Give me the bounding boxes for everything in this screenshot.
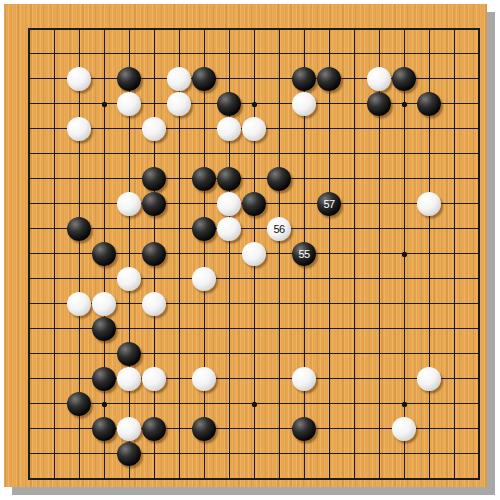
board-point[interactable] [392,67,417,92]
black-stone[interactable] [92,417,116,441]
board-point[interactable]: 57 [317,192,342,217]
board-point[interactable] [392,417,417,442]
star-point [242,92,267,117]
black-stone[interactable] [217,92,241,116]
white-stone[interactable] [217,117,241,141]
black-stone[interactable] [142,167,166,191]
white-stone[interactable] [417,367,441,391]
white-stone[interactable] [292,367,316,391]
black-stone-move-55[interactable]: 55 [292,242,316,266]
black-stone[interactable] [317,67,341,91]
board-point[interactable] [92,242,117,267]
board-point[interactable] [92,367,117,392]
board-point[interactable] [92,317,117,342]
black-stone[interactable] [417,92,441,116]
board-point[interactable] [167,92,192,117]
white-stone[interactable] [192,367,216,391]
board-point[interactable] [117,192,142,217]
board-point[interactable] [217,117,242,142]
board-point[interactable] [167,67,192,92]
board-point[interactable] [242,117,267,142]
board-point[interactable] [292,92,317,117]
black-stone[interactable] [117,442,141,466]
board-point[interactable] [117,92,142,117]
white-stone[interactable] [67,67,91,91]
board-point[interactable] [142,242,167,267]
black-stone[interactable] [192,67,216,91]
black-stone[interactable] [92,367,116,391]
black-stone[interactable] [142,192,166,216]
board-point[interactable] [292,367,317,392]
black-stone[interactable] [292,417,316,441]
white-stone[interactable] [117,417,141,441]
white-stone[interactable] [117,267,141,291]
white-stone[interactable] [92,292,116,316]
black-stone[interactable] [192,417,216,441]
board-point[interactable] [192,217,217,242]
board-point[interactable]: 55 [292,242,317,267]
star-point [242,392,267,417]
black-stone[interactable] [242,192,266,216]
board-point[interactable] [217,217,242,242]
white-stone[interactable] [417,192,441,216]
board-point[interactable] [67,67,92,92]
board-point[interactable] [417,92,442,117]
board-point[interactable] [67,217,92,242]
white-stone[interactable] [167,92,191,116]
board-point[interactable]: 56 [267,217,292,242]
white-stone[interactable] [292,92,316,116]
board-point[interactable] [292,417,317,442]
black-stone[interactable] [92,242,116,266]
star-point [92,392,117,417]
white-stone[interactable] [117,92,141,116]
board-point[interactable] [92,417,117,442]
board-point[interactable] [142,292,167,317]
board-point[interactable] [192,417,217,442]
black-stone[interactable] [292,67,316,91]
board-point[interactable] [242,192,267,217]
board-point[interactable] [142,417,167,442]
board-point[interactable] [142,367,167,392]
white-stone[interactable] [217,217,241,241]
black-stone[interactable] [117,342,141,366]
board-point[interactable] [117,442,142,467]
white-stone[interactable] [217,192,241,216]
white-stone[interactable] [117,192,141,216]
white-stone[interactable] [67,117,91,141]
board-point[interactable] [117,367,142,392]
white-stone[interactable] [167,67,191,91]
white-stone-move-56[interactable]: 56 [267,217,291,241]
black-stone[interactable] [67,217,91,241]
white-stone[interactable] [367,67,391,91]
white-stone[interactable] [142,292,166,316]
board-point[interactable] [417,192,442,217]
black-stone[interactable] [192,167,216,191]
board-point[interactable] [67,117,92,142]
black-stone[interactable] [67,392,91,416]
white-stone[interactable] [117,367,141,391]
board-point[interactable] [67,392,92,417]
board-point[interactable] [367,67,392,92]
white-stone[interactable] [242,242,266,266]
star-point [392,392,417,417]
white-stone[interactable] [242,117,266,141]
black-stone[interactable] [392,67,416,91]
black-stone[interactable] [117,67,141,91]
board-point[interactable] [117,267,142,292]
white-stone[interactable] [192,267,216,291]
board-point[interactable] [192,67,217,92]
goban-grid[interactable]: 575655 [17,17,492,492]
board-point[interactable] [367,92,392,117]
board-point[interactable] [217,92,242,117]
board-point[interactable] [117,417,142,442]
board-point[interactable] [317,67,342,92]
board-point[interactable] [217,192,242,217]
white-stone[interactable] [142,367,166,391]
board-point[interactable] [192,367,217,392]
board-point[interactable] [67,292,92,317]
white-stone[interactable] [142,117,166,141]
board-point[interactable] [242,242,267,267]
board-point[interactable] [92,292,117,317]
board-point[interactable] [117,342,142,367]
board-point[interactable] [142,192,167,217]
white-stone[interactable] [67,292,91,316]
black-stone[interactable] [217,167,241,191]
black-stone[interactable] [92,317,116,341]
black-stone-move-57[interactable]: 57 [317,192,341,216]
board-point[interactable] [192,267,217,292]
board-point[interactable] [142,117,167,142]
star-point [392,242,417,267]
black-stone[interactable] [367,92,391,116]
white-stone[interactable] [392,417,416,441]
black-stone[interactable] [192,217,216,241]
board-point[interactable] [267,167,292,192]
star-point [392,92,417,117]
black-stone[interactable] [142,417,166,441]
black-stone[interactable] [142,242,166,266]
black-stone[interactable] [267,167,291,191]
board-point[interactable] [192,167,217,192]
board-point[interactable] [142,167,167,192]
star-point [92,92,117,117]
go-board: 575655 [4,4,487,487]
board-point[interactable] [117,67,142,92]
board-point[interactable] [217,167,242,192]
board-point[interactable] [417,367,442,392]
board-point[interactable] [292,67,317,92]
